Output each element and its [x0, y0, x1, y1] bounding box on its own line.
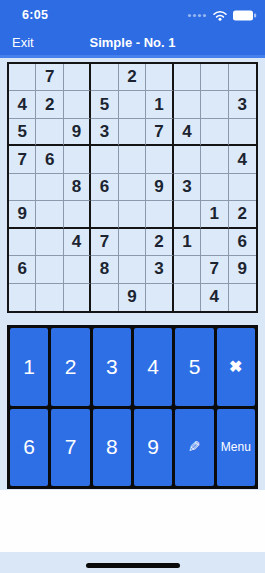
cell-r6c1[interactable]: 9 — [9, 201, 36, 228]
cell-r1c7[interactable] — [174, 64, 201, 91]
cell-r5c1[interactable] — [9, 174, 36, 201]
nav-bar: Exit Simple - No. 1 — [0, 30, 265, 55]
key-5[interactable]: 5 — [175, 328, 213, 406]
cell-r9c9[interactable] — [229, 284, 256, 311]
cell-r3c3[interactable]: 9 — [64, 119, 91, 146]
cell-r6c3[interactable] — [64, 201, 91, 228]
key-8[interactable]: 8 — [93, 409, 131, 487]
cell-r7c9[interactable]: 6 — [229, 229, 256, 256]
cell-r7c2[interactable] — [36, 229, 63, 256]
cell-r8c3[interactable] — [64, 256, 91, 283]
cell-r2c4[interactable]: 5 — [91, 91, 118, 118]
cell-r2c8[interactable] — [201, 91, 228, 118]
cell-r3c9[interactable] — [229, 119, 256, 146]
cell-r3c8[interactable] — [201, 119, 228, 146]
cell-r1c3[interactable] — [64, 64, 91, 91]
key-1[interactable]: 1 — [10, 328, 48, 406]
cell-r6c6[interactable] — [146, 201, 173, 228]
cell-r5c5[interactable] — [119, 174, 146, 201]
cell-r7c6[interactable]: 2 — [146, 229, 173, 256]
pencil-notes-button[interactable]: ✎ — [175, 409, 213, 487]
cell-r2c5[interactable] — [119, 91, 146, 118]
cell-r9c2[interactable] — [36, 284, 63, 311]
menu-label: Menu — [221, 440, 251, 454]
clock-time: 6:05 — [22, 8, 48, 22]
app-screen: 6:05 Exit Simple - No. 1 7242513593747 — [0, 0, 265, 573]
cell-r7c7[interactable]: 1 — [174, 229, 201, 256]
battery-icon — [233, 10, 257, 21]
cell-r4c5[interactable] — [119, 146, 146, 173]
cell-r9c6[interactable] — [146, 284, 173, 311]
wifi-icon — [212, 9, 228, 21]
content-area: 7242513593747648693912472166837994 1 2 3… — [0, 58, 265, 489]
cell-r5c9[interactable] — [229, 174, 256, 201]
cell-r2c1[interactable]: 4 — [9, 91, 36, 118]
erase-button[interactable]: ✖ — [217, 328, 255, 406]
cell-r1c1[interactable] — [9, 64, 36, 91]
cell-r5c6[interactable]: 9 — [146, 174, 173, 201]
cell-r3c5[interactable] — [119, 119, 146, 146]
bottom-bar — [0, 552, 265, 573]
cell-r5c4[interactable]: 6 — [91, 174, 118, 201]
cell-r5c2[interactable] — [36, 174, 63, 201]
cell-r8c9[interactable]: 9 — [229, 256, 256, 283]
key-3[interactable]: 3 — [93, 328, 131, 406]
cell-r1c6[interactable] — [146, 64, 173, 91]
cell-r5c8[interactable] — [201, 174, 228, 201]
cell-r2c6[interactable]: 1 — [146, 91, 173, 118]
cell-r8c8[interactable]: 7 — [201, 256, 228, 283]
key-9[interactable]: 9 — [134, 409, 172, 487]
cell-r7c1[interactable] — [9, 229, 36, 256]
cell-r3c1[interactable]: 5 — [9, 119, 36, 146]
status-bar: 6:05 — [0, 0, 265, 30]
home-indicator[interactable] — [86, 563, 180, 568]
cell-r6c8[interactable]: 1 — [201, 201, 228, 228]
cell-r5c7[interactable]: 3 — [174, 174, 201, 201]
cell-r3c4[interactable]: 3 — [91, 119, 118, 146]
cell-r8c7[interactable] — [174, 256, 201, 283]
cell-r8c6[interactable]: 3 — [146, 256, 173, 283]
key-6[interactable]: 6 — [10, 409, 48, 487]
cell-r4c8[interactable] — [201, 146, 228, 173]
cell-r7c8[interactable] — [201, 229, 228, 256]
cell-r7c5[interactable] — [119, 229, 146, 256]
cell-r9c8[interactable]: 4 — [201, 284, 228, 311]
cell-r4c3[interactable] — [64, 146, 91, 173]
cell-r3c2[interactable] — [36, 119, 63, 146]
clear-x-icon: ✖ — [229, 357, 242, 376]
cell-r4c7[interactable] — [174, 146, 201, 173]
cell-r4c4[interactable] — [91, 146, 118, 173]
bottom-white-panel — [0, 490, 265, 552]
sudoku-board: 7242513593747648693912472166837994 — [7, 62, 258, 313]
cell-r8c1[interactable]: 6 — [9, 256, 36, 283]
cell-r1c4[interactable] — [91, 64, 118, 91]
cell-r9c1[interactable] — [9, 284, 36, 311]
cell-r7c3[interactable]: 4 — [64, 229, 91, 256]
cell-r9c3[interactable] — [64, 284, 91, 311]
cell-r8c5[interactable] — [119, 256, 146, 283]
cell-r6c2[interactable] — [36, 201, 63, 228]
cell-r5c3[interactable]: 8 — [64, 174, 91, 201]
cell-r4c2[interactable]: 6 — [36, 146, 63, 173]
menu-button[interactable]: Menu — [217, 409, 255, 487]
cell-r7c4[interactable]: 7 — [91, 229, 118, 256]
cell-r6c9[interactable]: 2 — [229, 201, 256, 228]
cell-r4c6[interactable] — [146, 146, 173, 173]
key-2[interactable]: 2 — [51, 328, 89, 406]
cell-r6c5[interactable] — [119, 201, 146, 228]
cell-r1c5[interactable]: 2 — [119, 64, 146, 91]
cell-r4c9[interactable]: 4 — [229, 146, 256, 173]
cell-r6c7[interactable] — [174, 201, 201, 228]
cell-r4c1[interactable]: 7 — [9, 146, 36, 173]
cell-r3c6[interactable]: 7 — [146, 119, 173, 146]
cell-r1c9[interactable] — [229, 64, 256, 91]
cell-r9c7[interactable] — [174, 284, 201, 311]
key-4[interactable]: 4 — [134, 328, 172, 406]
cell-r2c2[interactable]: 2 — [36, 91, 63, 118]
cell-r2c9[interactable]: 3 — [229, 91, 256, 118]
cell-r6c4[interactable] — [91, 201, 118, 228]
cell-r8c2[interactable] — [36, 256, 63, 283]
cell-r1c2[interactable]: 7 — [36, 64, 63, 91]
cell-r9c4[interactable] — [91, 284, 118, 311]
cell-r1c8[interactable] — [201, 64, 228, 91]
key-7[interactable]: 7 — [51, 409, 89, 487]
exit-button[interactable]: Exit — [12, 35, 34, 50]
pencil-icon: ✎ — [188, 438, 201, 456]
cell-r8c4[interactable]: 8 — [91, 256, 118, 283]
cellular-signal-icon — [187, 13, 207, 18]
status-icons — [187, 9, 257, 21]
cell-r3c7[interactable]: 4 — [174, 119, 201, 146]
cell-r2c7[interactable] — [174, 91, 201, 118]
cell-r9c5[interactable]: 9 — [119, 284, 146, 311]
page-title: Simple - No. 1 — [0, 35, 265, 50]
number-keypad: 1 2 3 4 5 ✖ 6 7 8 9 ✎ Menu — [7, 325, 258, 489]
cell-r2c3[interactable] — [64, 91, 91, 118]
